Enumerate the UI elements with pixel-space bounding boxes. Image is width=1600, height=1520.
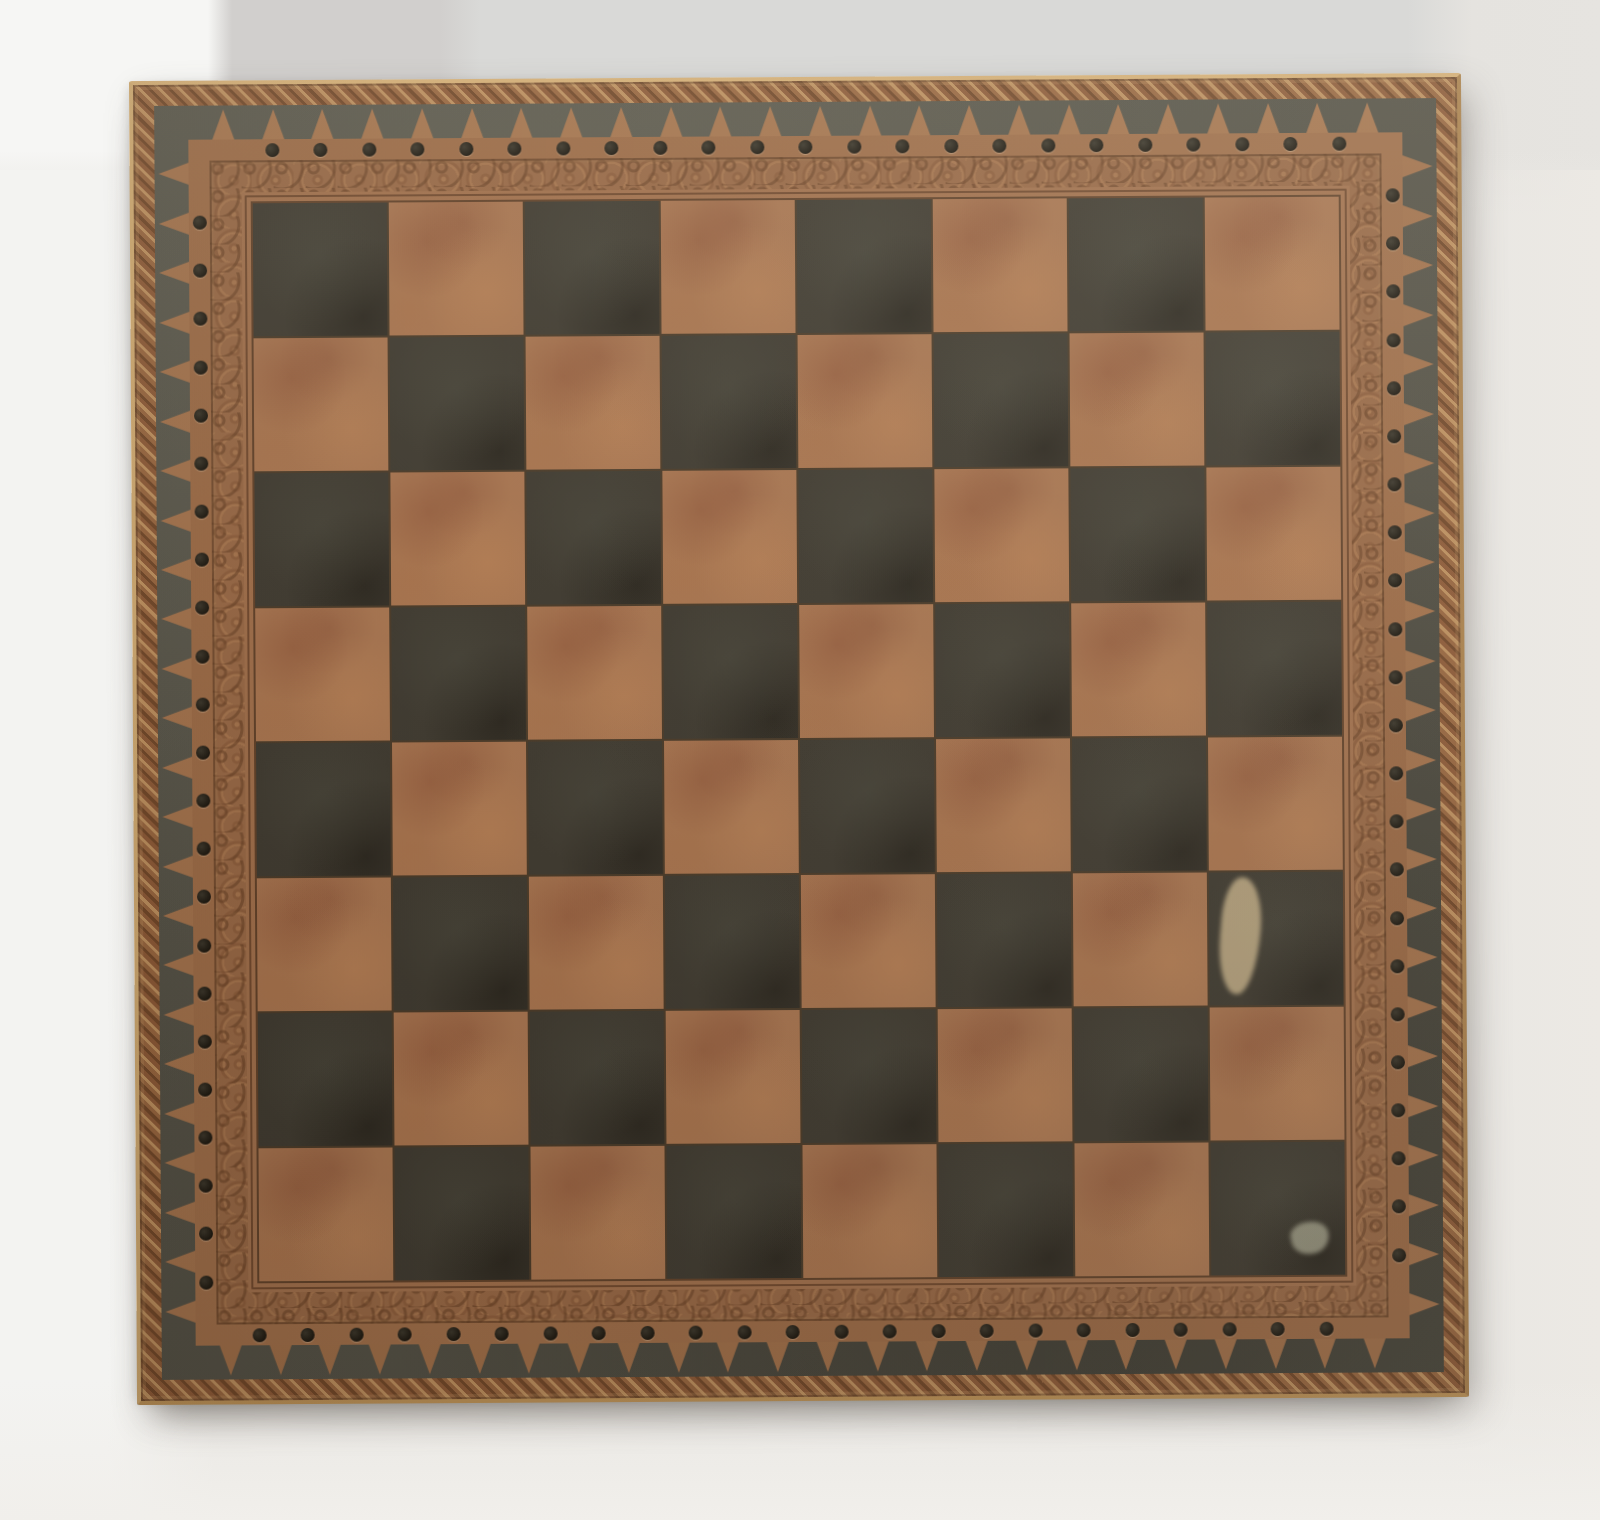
square-r5c2 (529, 876, 664, 1010)
drilled-hole-icon (362, 142, 376, 156)
sawtooth-icon (163, 855, 193, 877)
sawtooth-icon (1257, 103, 1279, 133)
drilled-hole-icon (1390, 1055, 1404, 1069)
drilled-hole-icon (197, 986, 211, 1000)
sawtooth-icon (560, 107, 582, 137)
backdrop-right (1450, 170, 1600, 1520)
sawtooth-icon (361, 109, 383, 139)
sawtooth-icon (1405, 600, 1435, 622)
drilled-hole-icon (786, 1325, 800, 1339)
sawtooth-icon (468, 1344, 490, 1374)
drilled-hole-icon (199, 1275, 213, 1289)
sawtooth-icon (159, 311, 189, 333)
sawtooth-icon (461, 108, 483, 138)
sawtooth-icon (1406, 749, 1436, 771)
square-r1c2 (526, 336, 661, 470)
drilled-hole-icon (1391, 1103, 1405, 1117)
drilled-hole-icon (1387, 526, 1401, 540)
drilled-hole-icon (313, 142, 327, 156)
square-r0c1 (389, 202, 524, 336)
drilled-hole-icon (1388, 574, 1402, 588)
square-r6c0 (258, 1012, 393, 1146)
sawtooth-icon (319, 1345, 341, 1375)
square-r7c0 (258, 1147, 393, 1281)
sawtooth-icon (1404, 353, 1434, 375)
drilled-hole-icon (931, 1324, 945, 1338)
drilled-hole-icon (1222, 1322, 1236, 1336)
drilled-hole-icon (196, 842, 210, 856)
sawtooth-icon (1408, 1045, 1438, 1067)
drilled-hole-icon (195, 601, 209, 615)
sawtooth-icon (958, 105, 980, 135)
square-r7c5 (938, 1143, 1073, 1277)
square-r6c4 (802, 1009, 937, 1143)
sawtooth-icon (809, 106, 831, 136)
sawtooth-icon (159, 262, 189, 284)
drilled-hole-icon (592, 1326, 606, 1340)
drilled-hole-icon (1235, 137, 1249, 151)
square-r5c0 (257, 877, 392, 1011)
sawtooth-icon (161, 608, 191, 630)
drilled-hole-icon (556, 141, 570, 155)
sawtooth-icon (1408, 996, 1438, 1018)
sawtooth-icon (1403, 205, 1433, 227)
sawtooth-icon (165, 1201, 195, 1223)
drilled-hole-icon (980, 1323, 994, 1337)
square-r2c3 (662, 470, 797, 604)
sawtooth-icon (1364, 1338, 1386, 1368)
beige-scuff-streak (1215, 876, 1265, 996)
drilled-hole-icon (1077, 1323, 1091, 1337)
drilled-hole-icon (640, 1325, 654, 1339)
square-r4c7 (1208, 737, 1343, 871)
sawtooth-icon (1015, 1341, 1037, 1371)
drilled-hole-icon (446, 1327, 460, 1341)
square-r3c0 (255, 608, 390, 742)
sawtooth-icon (1405, 502, 1435, 524)
square-r1c7 (1206, 332, 1341, 466)
drilled-hole-icon (1389, 863, 1403, 877)
sawtooth-icon (1214, 1339, 1236, 1369)
square-r1c0 (254, 338, 389, 472)
square-r5c3 (665, 875, 800, 1009)
drilled-hole-icon (895, 139, 909, 153)
square-r6c5 (938, 1008, 1073, 1142)
drilled-hole-icon (193, 312, 207, 326)
square-r1c3 (662, 335, 797, 469)
sawtooth-icon (916, 1341, 938, 1371)
drilled-hole-icon (195, 649, 209, 663)
sawtooth-icon (1407, 897, 1437, 919)
sawtooth-icon (1402, 156, 1432, 178)
sawtooth-icon (1403, 254, 1433, 276)
product-photo-scene (0, 0, 1600, 1520)
sawtooth-icon (510, 108, 532, 138)
sawtooth-icon (767, 1342, 789, 1372)
sawtooth-icon (1405, 650, 1435, 672)
square-r4c5 (936, 738, 1071, 872)
square-r4c0 (256, 742, 391, 876)
square-r2c6 (1070, 468, 1205, 602)
square-r0c6 (1069, 198, 1204, 332)
sawtooth-icon (160, 361, 190, 383)
drilled-hole-icon (834, 1324, 848, 1338)
square-r3c1 (391, 607, 526, 741)
sawtooth-icon (816, 1342, 838, 1372)
square-r1c1 (390, 337, 525, 471)
sawtooth-icon (1356, 102, 1378, 132)
sawtooth-icon (162, 806, 192, 828)
drilled-hole-icon (653, 140, 667, 154)
sawtooth-icon (518, 1344, 540, 1374)
drilled-hole-icon (1391, 1200, 1405, 1214)
drilled-hole-icon (195, 697, 209, 711)
square-r4c2 (528, 741, 663, 875)
sawtooth-icon (1408, 1095, 1438, 1117)
drilled-hole-icon (543, 1326, 557, 1340)
sawtooth-icon (1065, 1340, 1087, 1370)
drilled-hole-icon (1283, 136, 1297, 150)
sawtooth-icon (1207, 103, 1229, 133)
drilled-hole-icon (196, 794, 210, 808)
sawtooth-icon (709, 106, 731, 136)
drilled-hole-icon (701, 140, 715, 154)
sawtooth-icon (1406, 798, 1436, 820)
drilled-hole-icon (1392, 1248, 1406, 1262)
drilled-hole-icon (944, 139, 958, 153)
sawtooth-icon (163, 954, 193, 976)
drilled-hole-icon (1388, 718, 1402, 732)
square-r0c2 (525, 201, 660, 335)
square-r4c6 (1072, 738, 1207, 872)
sawtooth-icon (219, 1345, 241, 1375)
drilled-hole-icon (507, 141, 521, 155)
square-r5c5 (937, 873, 1072, 1007)
square-r3c4 (799, 604, 934, 738)
sawtooth-icon (1408, 1144, 1438, 1166)
drilled-hole-icon (1174, 1322, 1188, 1336)
square-r7c4 (802, 1144, 937, 1278)
square-r0c5 (933, 198, 1068, 332)
drilled-hole-icon (495, 1326, 509, 1340)
sawtooth-icon (966, 1341, 988, 1371)
drilled-hole-icon (1089, 138, 1103, 152)
sawtooth-icon (1407, 848, 1437, 870)
drilled-hole-icon (398, 1327, 412, 1341)
drilled-hole-icon (1125, 1322, 1139, 1336)
drilled-hole-icon (194, 457, 208, 471)
square-r1c4 (798, 334, 933, 468)
sawtooth-icon (667, 1343, 689, 1373)
square-r4c3 (664, 740, 799, 874)
sawtooth-icon (610, 107, 632, 137)
drilled-hole-icon (1388, 622, 1402, 636)
sawtooth-icon (1409, 1243, 1439, 1265)
sawtooth-icon (1165, 1340, 1187, 1370)
drilled-hole-icon (194, 553, 208, 567)
drilled-hole-icon (193, 408, 207, 422)
square-r0c0 (253, 203, 388, 337)
sawtooth-icon (1403, 304, 1433, 326)
drilled-hole-icon (847, 139, 861, 153)
sawtooth-icon (418, 1344, 440, 1374)
square-r3c2 (527, 606, 662, 740)
square-r2c1 (390, 472, 525, 606)
drilled-hole-icon (1041, 138, 1055, 152)
drilled-hole-icon (604, 141, 618, 155)
drilled-hole-icon (459, 141, 473, 155)
square-r5c4 (801, 874, 936, 1008)
sawtooth-icon (161, 658, 191, 680)
sawtooth-icon (759, 106, 781, 136)
sawtooth-icon (160, 460, 190, 482)
drilled-hole-icon (798, 139, 812, 153)
drilled-hole-icon (410, 142, 424, 156)
sawtooth-icon (859, 105, 881, 135)
sawtooth-icon (1008, 105, 1030, 135)
drilled-hole-icon (750, 140, 764, 154)
sawtooth-icon (165, 1251, 195, 1273)
drilled-hole-icon (1138, 137, 1152, 151)
drilled-hole-icon (992, 138, 1006, 152)
sawtooth-icon (164, 1004, 194, 1026)
drilled-hole-icon (252, 1328, 266, 1342)
drilled-hole-icon (301, 1327, 315, 1341)
sawtooth-icon (866, 1341, 888, 1371)
sawtooth-icon (163, 905, 193, 927)
square-r1c5 (934, 333, 1069, 467)
square-r4c4 (800, 739, 935, 873)
sawtooth-icon (158, 163, 188, 185)
square-r3c6 (1071, 603, 1206, 737)
drilled-hole-icon (1186, 137, 1200, 151)
drilled-hole-icon (1390, 1007, 1404, 1021)
sawtooth-icon (1314, 1339, 1336, 1369)
square-r6c6 (1074, 1008, 1209, 1142)
drilled-hole-icon (198, 1131, 212, 1145)
drilled-hole-icon (349, 1327, 363, 1341)
drilled-hole-icon (1389, 814, 1403, 828)
drilled-hole-icon (193, 360, 207, 374)
drilled-hole-icon (1386, 285, 1400, 299)
sawtooth-icon (165, 1300, 195, 1322)
square-r2c5 (934, 468, 1069, 602)
drilled-hole-icon (265, 143, 279, 157)
sawtooth-icon (1157, 104, 1179, 134)
square-r2c4 (798, 469, 933, 603)
square-r6c2 (530, 1011, 665, 1145)
drilled-hole-icon (1388, 670, 1402, 684)
drilled-hole-icon (197, 938, 211, 952)
sawtooth-icon (1409, 1293, 1439, 1315)
square-r7c2 (530, 1146, 665, 1280)
drilled-hole-icon (883, 1324, 897, 1338)
chessboard (129, 73, 1469, 1405)
sawtooth-icon (1406, 699, 1436, 721)
sawtooth-icon (269, 1345, 291, 1375)
sawtooth-icon (165, 1152, 195, 1174)
drilled-hole-icon (1271, 1322, 1285, 1336)
drilled-hole-icon (196, 890, 210, 904)
drilled-hole-icon (193, 264, 207, 278)
sawtooth-icon (1404, 452, 1434, 474)
sawtooth-icon (161, 509, 191, 531)
drilled-hole-icon (1389, 766, 1403, 780)
sawtooth-icon (617, 1343, 639, 1373)
drilled-hole-icon (1386, 381, 1400, 395)
sawtooth-icon (162, 756, 192, 778)
sawtooth-icon (1264, 1339, 1286, 1369)
sawtooth-icon (1407, 947, 1437, 969)
board-field (253, 197, 1346, 1282)
sawtooth-icon (1058, 104, 1080, 134)
square-r3c3 (663, 605, 798, 739)
square-r0c4 (797, 199, 932, 333)
sawtooth-icon (1107, 104, 1129, 134)
pale-smudge (1288, 1218, 1331, 1257)
drilled-hole-icon (198, 1083, 212, 1097)
drilled-hole-icon (1387, 429, 1401, 443)
square-r3c7 (1207, 602, 1342, 736)
drilled-hole-icon (194, 505, 208, 519)
square-r6c3 (666, 1010, 801, 1144)
sawtooth-icon (1409, 1194, 1439, 1216)
drilled-hole-icon (1319, 1321, 1333, 1335)
sawtooth-icon (212, 109, 234, 139)
sawtooth-icon (411, 108, 433, 138)
square-r5c6 (1073, 873, 1208, 1007)
sawtooth-icon (162, 707, 192, 729)
square-r2c0 (254, 473, 389, 607)
drilled-hole-icon (192, 216, 206, 230)
sawtooth-icon (568, 1343, 590, 1373)
drilled-hole-icon (1390, 959, 1404, 973)
drilled-hole-icon (1390, 911, 1404, 925)
drilled-hole-icon (196, 745, 210, 759)
drilled-hole-icon (1385, 188, 1399, 202)
square-r7c3 (666, 1145, 801, 1279)
square-r5c1 (393, 877, 528, 1011)
sawtooth-icon (311, 109, 333, 139)
sawtooth-icon (717, 1342, 739, 1372)
square-r1c6 (1070, 333, 1205, 467)
sawtooth-icon (164, 1102, 194, 1124)
drilled-hole-icon (1385, 237, 1399, 251)
drilled-hole-icon (1386, 333, 1400, 347)
square-r0c3 (661, 200, 796, 334)
sawtooth-icon (1115, 1340, 1137, 1370)
square-r2c7 (1206, 467, 1341, 601)
sawtooth-icon (660, 107, 682, 137)
drilled-hole-icon (737, 1325, 751, 1339)
square-r5c7 (1209, 872, 1344, 1006)
sawtooth-icon (164, 1053, 194, 1075)
square-r0c7 (1205, 197, 1340, 331)
drilled-hole-icon (197, 1034, 211, 1048)
drilled-hole-icon (1028, 1323, 1042, 1337)
square-r6c7 (1210, 1007, 1345, 1141)
drilled-hole-icon (689, 1325, 703, 1339)
sawtooth-icon (160, 410, 190, 432)
square-r7c1 (394, 1147, 529, 1281)
square-r6c1 (394, 1012, 529, 1146)
sawtooth-icon (1306, 103, 1328, 133)
sawtooth-icon (369, 1345, 391, 1375)
square-r2c2 (526, 471, 661, 605)
drilled-hole-icon (198, 1179, 212, 1193)
drilled-hole-icon (1332, 136, 1346, 150)
square-r3c5 (935, 603, 1070, 737)
square-r7c7 (1210, 1142, 1345, 1276)
square-r4c1 (392, 742, 527, 876)
drilled-hole-icon (1391, 1152, 1405, 1166)
sawtooth-icon (1404, 403, 1434, 425)
drilled-hole-icon (198, 1227, 212, 1241)
sawtooth-icon (908, 105, 930, 135)
drilled-hole-icon (1387, 477, 1401, 491)
sawtooth-icon (159, 213, 189, 235)
square-r7c6 (1074, 1143, 1209, 1277)
sawtooth-icon (1405, 551, 1435, 573)
sawtooth-icon (262, 109, 284, 139)
sawtooth-icon (161, 559, 191, 581)
